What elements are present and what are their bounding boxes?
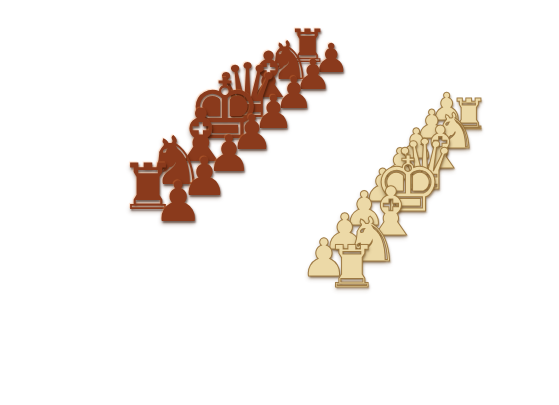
- square-e4: [308, 165, 354, 198]
- square-c5: [322, 114, 365, 144]
- piece-white-p-g2: ♟: [312, 208, 377, 258]
- square-h4: [240, 236, 293, 274]
- square-e8: [199, 122, 249, 154]
- piece-white-p-a2: ♟: [422, 88, 471, 126]
- piece-black-p-b7: ♟: [286, 54, 340, 96]
- square-a2: [428, 106, 465, 134]
- square-f8: [174, 144, 227, 178]
- square-b3: [389, 115, 428, 144]
- piece-black-r-a8: ♜: [278, 24, 337, 70]
- square-d3: [353, 154, 396, 185]
- square-f7: [203, 155, 254, 189]
- square-a6: [334, 68, 374, 95]
- square-c6: [297, 104, 341, 134]
- chess-board: [15, 8, 540, 373]
- board-fold-seam: [180, 104, 469, 221]
- piece-black-b-c8: ♝: [227, 44, 310, 108]
- square-d8: [223, 102, 271, 133]
- square-e5: [281, 154, 328, 187]
- piece-white-n-g1: ♞: [332, 209, 412, 270]
- board-grid: [119, 49, 487, 307]
- square-c2: [396, 144, 436, 174]
- piece-white-p-h2: ♟: [290, 232, 358, 284]
- piece-white-k-e1: ♚: [358, 147, 458, 224]
- square-c8: [245, 83, 291, 112]
- square-g4: [264, 210, 314, 246]
- border-dots-right: [104, 215, 361, 317]
- square-f3: [314, 197, 361, 232]
- piece-black-p-f7: ♟: [196, 129, 261, 179]
- border-dots-bottom: [352, 122, 495, 316]
- piece-white-p-f2: ♟: [333, 185, 395, 232]
- square-a1: [451, 116, 487, 144]
- square-h2: [298, 257, 348, 295]
- piece-white-n-b1: ♞: [423, 107, 487, 156]
- square-g3: [292, 221, 341, 257]
- piece-white-p-c2: ♟: [390, 124, 444, 165]
- square-g2: [320, 232, 368, 268]
- border-dots-top: [104, 43, 308, 222]
- square-d7: [250, 113, 297, 144]
- chess-set-photo: ♜♟♞♟♝♟♛♟♟♜♚♟♞♟♟♝♝♟♟♞♛♟♟♜♚♟♟♝♟♞♟♜: [0, 0, 559, 405]
- square-f2: [341, 208, 386, 243]
- square-f1: [368, 218, 412, 253]
- piece-black-r-h8: ♜: [107, 156, 190, 220]
- piece-white-r-h1: ♜: [314, 238, 390, 296]
- square-e7: [227, 133, 276, 165]
- piece-black-p-g7: ♟: [170, 151, 239, 204]
- square-c7: [271, 94, 316, 124]
- piece-black-b-f8: ♝: [153, 99, 248, 172]
- piece-white-p-e2: ♟: [353, 163, 412, 208]
- square-c4: [347, 124, 389, 154]
- square-e2: [361, 185, 404, 218]
- square-h6: [180, 213, 235, 251]
- square-f5: [259, 176, 308, 210]
- piece-white-b-c1: ♝: [402, 119, 478, 178]
- square-h7: [149, 202, 206, 240]
- pieces-layer: ♜♟♞♟♝♟♛♟♟♜♚♟♞♟♟♝♝♟♟♞♛♟♟♜♚♟♟♝♟♞♟♜: [0, 0, 559, 405]
- square-d2: [379, 164, 421, 195]
- square-e1: [387, 195, 429, 228]
- square-g1: [348, 242, 394, 279]
- square-b7: [291, 76, 334, 104]
- square-e3: [334, 175, 379, 208]
- board-border-strip: [100, 41, 497, 319]
- square-d1: [404, 174, 445, 206]
- square-c3: [372, 134, 413, 164]
- square-d4: [328, 144, 372, 175]
- square-b8: [266, 65, 310, 93]
- square-b1: [436, 134, 473, 163]
- square-a3: [405, 97, 443, 125]
- piece-black-p-d7: ♟: [244, 90, 303, 136]
- piece-black-n-b8: ♞: [254, 35, 323, 88]
- square-c1: [420, 153, 459, 183]
- square-a8: [286, 49, 328, 76]
- piece-black-k-e8: ♚: [171, 68, 279, 151]
- square-f6: [231, 165, 281, 199]
- square-b2: [412, 125, 450, 154]
- square-h5: [210, 224, 264, 262]
- piece-white-b-f1: ♝: [347, 179, 435, 246]
- square-f4: [287, 187, 335, 221]
- square-g6: [206, 189, 259, 225]
- piece-black-p-h7: ♟: [142, 174, 214, 230]
- piece-black-p-c7: ♟: [265, 71, 322, 115]
- square-h3: [269, 247, 320, 285]
- square-b4: [365, 105, 405, 134]
- piece-black-p-e7: ♟: [221, 109, 283, 157]
- piece-black-q-d8: ♛: [199, 54, 297, 129]
- border-dots-left: [301, 42, 495, 126]
- square-d5: [302, 133, 347, 164]
- piece-white-p-b2: ♟: [406, 105, 458, 145]
- square-h8: [119, 190, 177, 228]
- piece-white-q-d1: ♛: [380, 131, 470, 200]
- piece-white-r-a1: ♜: [441, 94, 496, 136]
- piece-black-p-a7: ♟: [305, 38, 357, 78]
- piece-white-p-d2: ♟: [372, 143, 428, 186]
- piece-black-n-g8: ♞: [132, 128, 219, 195]
- square-b5: [340, 95, 381, 123]
- square-e6: [254, 144, 302, 177]
- square-g8: [147, 166, 202, 202]
- square-b6: [316, 85, 358, 113]
- square-d6: [276, 123, 322, 154]
- square-a5: [358, 78, 397, 105]
- square-g5: [235, 200, 286, 236]
- square-g7: [177, 177, 231, 213]
- square-a7: [310, 58, 351, 85]
- square-a4: [381, 88, 420, 115]
- square-h1: [327, 268, 376, 306]
